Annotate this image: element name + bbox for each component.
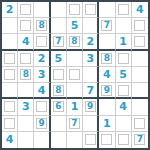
sudoku-cell [2,18,18,34]
sudoku-cell [34,99,50,115]
sudoku-cell [51,132,67,148]
cell-input-box[interactable]: 7 [69,118,80,129]
sudoku-cell: 9 [99,83,115,99]
sudoku-cell [2,67,18,83]
cell-input-box[interactable]: 8 [36,20,47,31]
cell-input-box[interactable] [36,101,47,112]
sudoku-cell: 4 [99,67,115,83]
sudoku-cell [83,18,99,34]
sudoku-cell: 8 [51,83,67,99]
sudoku-cell: 8 [18,67,34,83]
sudoku-cell [2,116,18,132]
sudoku-cell: 7 [132,132,148,148]
sudoku-cell [67,2,83,18]
sudoku-cell: 2 [2,2,18,18]
sudoku-cell: 9 [83,99,99,115]
sudoku-cell [2,99,18,115]
cell-input-box[interactable] [134,118,145,129]
cell-input-box[interactable] [85,4,96,15]
sudoku-cell: 8 [34,18,50,34]
sudoku-cell: 4 [2,132,18,148]
sudoku-cell [51,2,67,18]
sudoku-cell: 5 [116,67,132,83]
sudoku-cell [51,18,67,34]
given-number: 3 [86,53,94,64]
sudoku-cell [83,2,99,18]
sudoku-board: 24857478212538834548793619497147 [0,0,150,150]
cell-input-box[interactable] [134,36,145,47]
given-number: 4 [103,69,111,80]
sudoku-cell: 1 [67,99,83,115]
sudoku-cell [116,2,132,18]
given-number: 2 [86,36,94,47]
sudoku-cell [132,116,148,132]
sudoku-cell: 1 [99,116,115,132]
cell-input-box[interactable]: 9 [36,118,47,129]
cell-input-box[interactable] [4,69,15,80]
sudoku-cell [116,116,132,132]
sudoku-cell [67,51,83,67]
given-number: 4 [136,4,144,15]
sudoku-cell: 4 [132,2,148,18]
given-number: 4 [22,36,30,47]
given-number: 1 [119,36,127,47]
cell-input-box[interactable]: 8 [69,36,80,47]
cell-input-box[interactable] [118,134,129,145]
given-number: 4 [38,85,46,96]
cell-input-box[interactable]: 9 [85,101,96,112]
sudoku-cell [116,18,132,34]
cell-input-box[interactable]: 8 [20,69,31,80]
given-number: 5 [71,20,79,31]
given-number: 7 [86,85,94,96]
given-number: 1 [103,118,111,129]
cell-input-box[interactable] [20,4,31,15]
sudoku-cell: 6 [51,99,67,115]
sudoku-cell [132,34,148,50]
sudoku-cell: 5 [51,51,67,67]
sudoku-cell [2,83,18,99]
cell-input-box[interactable] [69,69,80,80]
cell-input-box[interactable]: 7 [134,134,145,145]
sudoku-cell [99,99,115,115]
sudoku-cell [34,132,50,148]
sudoku-cell: 3 [83,51,99,67]
cell-input-box[interactable]: 8 [101,53,112,64]
sudoku-cell [18,51,34,67]
cell-input-box[interactable] [4,101,15,112]
sudoku-cell [83,67,99,83]
sudoku-cell [18,132,34,148]
sudoku-cell: 8 [99,51,115,67]
cell-input-box[interactable]: 7 [53,36,64,47]
sudoku-cell [18,83,34,99]
sudoku-cell: 4 [116,99,132,115]
sudoku-cell [18,116,34,132]
sudoku-cell: 7 [83,83,99,99]
sudoku-cell [34,2,50,18]
given-number: 2 [6,4,14,15]
cell-input-box[interactable] [53,69,64,80]
sudoku-cell: 3 [18,99,34,115]
cell-input-box[interactable] [20,20,31,31]
cell-input-box[interactable] [4,118,15,129]
sudoku-cell [83,132,99,148]
given-number: 1 [71,101,79,112]
sudoku-cell: 1 [116,34,132,50]
cell-input-box[interactable]: 7 [101,20,112,31]
cell-input-box[interactable] [4,53,15,64]
cell-input-box[interactable] [85,134,96,145]
given-number: 3 [38,69,46,80]
sudoku-cell [116,132,132,148]
sudoku-cell [34,34,50,50]
sudoku-cell [2,51,18,67]
sudoku-cell [99,132,115,148]
cell-input-box[interactable] [36,36,47,47]
given-number: 2 [38,53,46,64]
cell-input-box[interactable]: 6 [53,101,64,112]
sudoku-cell [99,34,115,50]
sudoku-cell [83,116,99,132]
cell-input-box[interactable] [134,20,145,31]
sudoku-cell [132,18,148,34]
sudoku-cell [132,99,148,115]
sudoku-cell [51,116,67,132]
sudoku-cell [67,67,83,83]
cell-input-box[interactable] [118,85,129,96]
given-number: 5 [119,69,127,80]
sudoku-cell: 7 [99,18,115,34]
given-number: 4 [119,101,127,112]
cell-input-box[interactable] [20,53,31,64]
sudoku-cell [116,51,132,67]
sudoku-cell: 2 [83,34,99,50]
cell-input-box[interactable] [101,134,112,145]
cell-input-box[interactable] [118,4,129,15]
cell-input-box[interactable] [69,4,80,15]
sudoku-cell: 7 [51,34,67,50]
sudoku-cell [132,67,148,83]
cell-input-box[interactable]: 9 [101,85,112,96]
sudoku-cell: 8 [67,34,83,50]
cell-input-box[interactable]: 8 [53,85,64,96]
given-number: 5 [54,53,62,64]
sudoku-cell [132,83,148,99]
cell-input-box[interactable] [118,53,129,64]
sudoku-cell: 9 [34,116,50,132]
sudoku-cell: 2 [34,51,50,67]
given-number: 4 [6,134,14,145]
sudoku-cell: 4 [34,83,50,99]
sudoku-cell [18,2,34,18]
given-number: 3 [22,101,30,112]
sudoku-cell [116,83,132,99]
sudoku-cell [99,2,115,18]
sudoku-cell [132,51,148,67]
sudoku-cell [67,83,83,99]
sudoku-cell: 5 [67,18,83,34]
sudoku-cell: 7 [67,116,83,132]
sudoku-cell: 4 [18,34,34,50]
sudoku-cell: 3 [34,67,50,83]
sudoku-cell [18,18,34,34]
sudoku-cell [67,132,83,148]
sudoku-cell [2,34,18,50]
sudoku-cell [51,67,67,83]
